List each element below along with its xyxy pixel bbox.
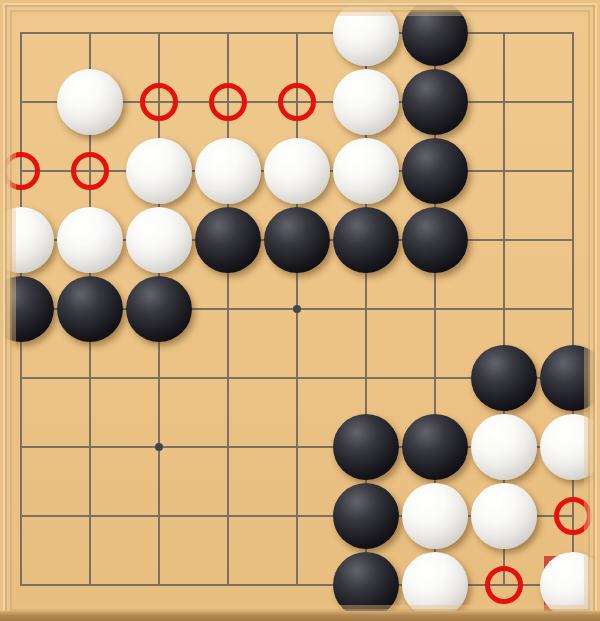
board-point[interactable] <box>0 551 56 620</box>
board-point[interactable] <box>470 275 539 344</box>
board-point[interactable] <box>401 137 470 206</box>
white-stone <box>333 0 399 66</box>
board-point[interactable] <box>125 68 194 137</box>
white-stone <box>333 69 399 135</box>
black-stone <box>195 207 261 273</box>
board-point[interactable] <box>125 206 194 275</box>
board-point[interactable] <box>56 275 125 344</box>
black-stone <box>333 483 399 549</box>
red-circle-marker <box>278 83 316 121</box>
black-stone <box>402 138 468 204</box>
board-point[interactable] <box>194 206 263 275</box>
board-point[interactable] <box>194 551 263 620</box>
white-stone <box>333 138 399 204</box>
board-point[interactable] <box>0 482 56 551</box>
board-point[interactable] <box>56 206 125 275</box>
board-point[interactable] <box>539 551 600 620</box>
black-stone <box>402 207 468 273</box>
board-point[interactable] <box>0 344 56 413</box>
board-point[interactable] <box>470 344 539 413</box>
white-stone <box>57 69 123 135</box>
white-stone <box>57 207 123 273</box>
board-bottom-edge <box>0 611 600 621</box>
board-point[interactable] <box>125 344 194 413</box>
black-stone <box>540 345 600 411</box>
board-point[interactable] <box>56 68 125 137</box>
board-point[interactable] <box>539 482 600 551</box>
board-point[interactable] <box>263 482 332 551</box>
board-point[interactable] <box>401 482 470 551</box>
white-stone <box>126 207 192 273</box>
board-point[interactable] <box>263 275 332 344</box>
white-stone <box>126 138 192 204</box>
board-point[interactable] <box>194 275 263 344</box>
board-point[interactable] <box>125 482 194 551</box>
board-point[interactable] <box>56 551 125 620</box>
black-stone <box>126 276 192 342</box>
board-point[interactable] <box>125 137 194 206</box>
board-point[interactable] <box>332 0 401 68</box>
black-stone <box>264 207 330 273</box>
board-point[interactable] <box>470 206 539 275</box>
board-point[interactable] <box>263 344 332 413</box>
board-point[interactable] <box>263 0 332 68</box>
board-point[interactable] <box>56 344 125 413</box>
board-point[interactable] <box>539 206 600 275</box>
board-point[interactable] <box>0 68 56 137</box>
board-point[interactable] <box>401 344 470 413</box>
board-point[interactable] <box>194 413 263 482</box>
white-stone <box>195 138 261 204</box>
black-stone <box>402 69 468 135</box>
black-stone <box>471 345 537 411</box>
board-point[interactable] <box>539 344 600 413</box>
board-point[interactable] <box>470 68 539 137</box>
white-stone <box>471 483 537 549</box>
board-point[interactable] <box>0 206 56 275</box>
black-stone <box>333 207 399 273</box>
board-point[interactable] <box>194 137 263 206</box>
board-point[interactable] <box>194 344 263 413</box>
go-board <box>0 0 600 621</box>
white-stone <box>402 552 468 618</box>
black-stone <box>402 414 468 480</box>
board-point[interactable] <box>539 275 600 344</box>
go-board-grid <box>0 0 600 620</box>
black-stone <box>57 276 123 342</box>
red-circle-marker <box>485 566 523 604</box>
black-stone <box>333 552 399 618</box>
board-point[interactable] <box>332 344 401 413</box>
board-point[interactable] <box>56 413 125 482</box>
board-point[interactable] <box>263 206 332 275</box>
board-point[interactable] <box>332 413 401 482</box>
board-point[interactable] <box>470 413 539 482</box>
board-point[interactable] <box>470 551 539 620</box>
board-point[interactable] <box>56 0 125 68</box>
board-point[interactable] <box>332 206 401 275</box>
red-circle-marker <box>2 152 40 190</box>
board-point[interactable] <box>332 482 401 551</box>
board-point[interactable] <box>470 137 539 206</box>
red-circle-marker <box>209 83 247 121</box>
board-point[interactable] <box>263 413 332 482</box>
board-point[interactable] <box>332 68 401 137</box>
white-stone <box>264 138 330 204</box>
white-stone <box>540 552 600 618</box>
board-point[interactable] <box>194 68 263 137</box>
black-stone <box>402 0 468 66</box>
board-point[interactable] <box>332 275 401 344</box>
board-point[interactable] <box>194 0 263 68</box>
board-point[interactable] <box>401 551 470 620</box>
board-point[interactable] <box>125 551 194 620</box>
red-circle-marker <box>554 497 592 535</box>
board-point[interactable] <box>470 0 539 68</box>
white-stone <box>402 483 468 549</box>
board-point[interactable] <box>401 68 470 137</box>
board-point[interactable] <box>0 137 56 206</box>
white-stone <box>471 414 537 480</box>
board-point[interactable] <box>263 68 332 137</box>
white-stone <box>0 207 54 273</box>
board-point[interactable] <box>539 68 600 137</box>
white-stone <box>540 414 600 480</box>
board-point[interactable] <box>56 137 125 206</box>
board-point[interactable] <box>0 0 56 68</box>
board-point[interactable] <box>332 551 401 620</box>
board-point[interactable] <box>125 0 194 68</box>
red-circle-marker <box>140 83 178 121</box>
board-point[interactable] <box>0 413 56 482</box>
board-point[interactable] <box>0 275 56 344</box>
red-circle-marker <box>71 152 109 190</box>
board-point[interactable] <box>332 137 401 206</box>
board-point[interactable] <box>125 413 194 482</box>
board-point[interactable] <box>401 413 470 482</box>
board-point[interactable] <box>470 482 539 551</box>
board-point[interactable] <box>125 275 194 344</box>
black-stone <box>0 276 54 342</box>
board-point[interactable] <box>263 137 332 206</box>
board-point[interactable] <box>539 413 600 482</box>
board-point[interactable] <box>539 137 600 206</box>
board-point[interactable] <box>401 0 470 68</box>
board-point[interactable] <box>401 206 470 275</box>
board-point[interactable] <box>194 482 263 551</box>
board-point[interactable] <box>539 0 600 68</box>
black-stone <box>333 414 399 480</box>
board-point[interactable] <box>401 275 470 344</box>
board-point[interactable] <box>263 551 332 620</box>
board-point[interactable] <box>56 482 125 551</box>
